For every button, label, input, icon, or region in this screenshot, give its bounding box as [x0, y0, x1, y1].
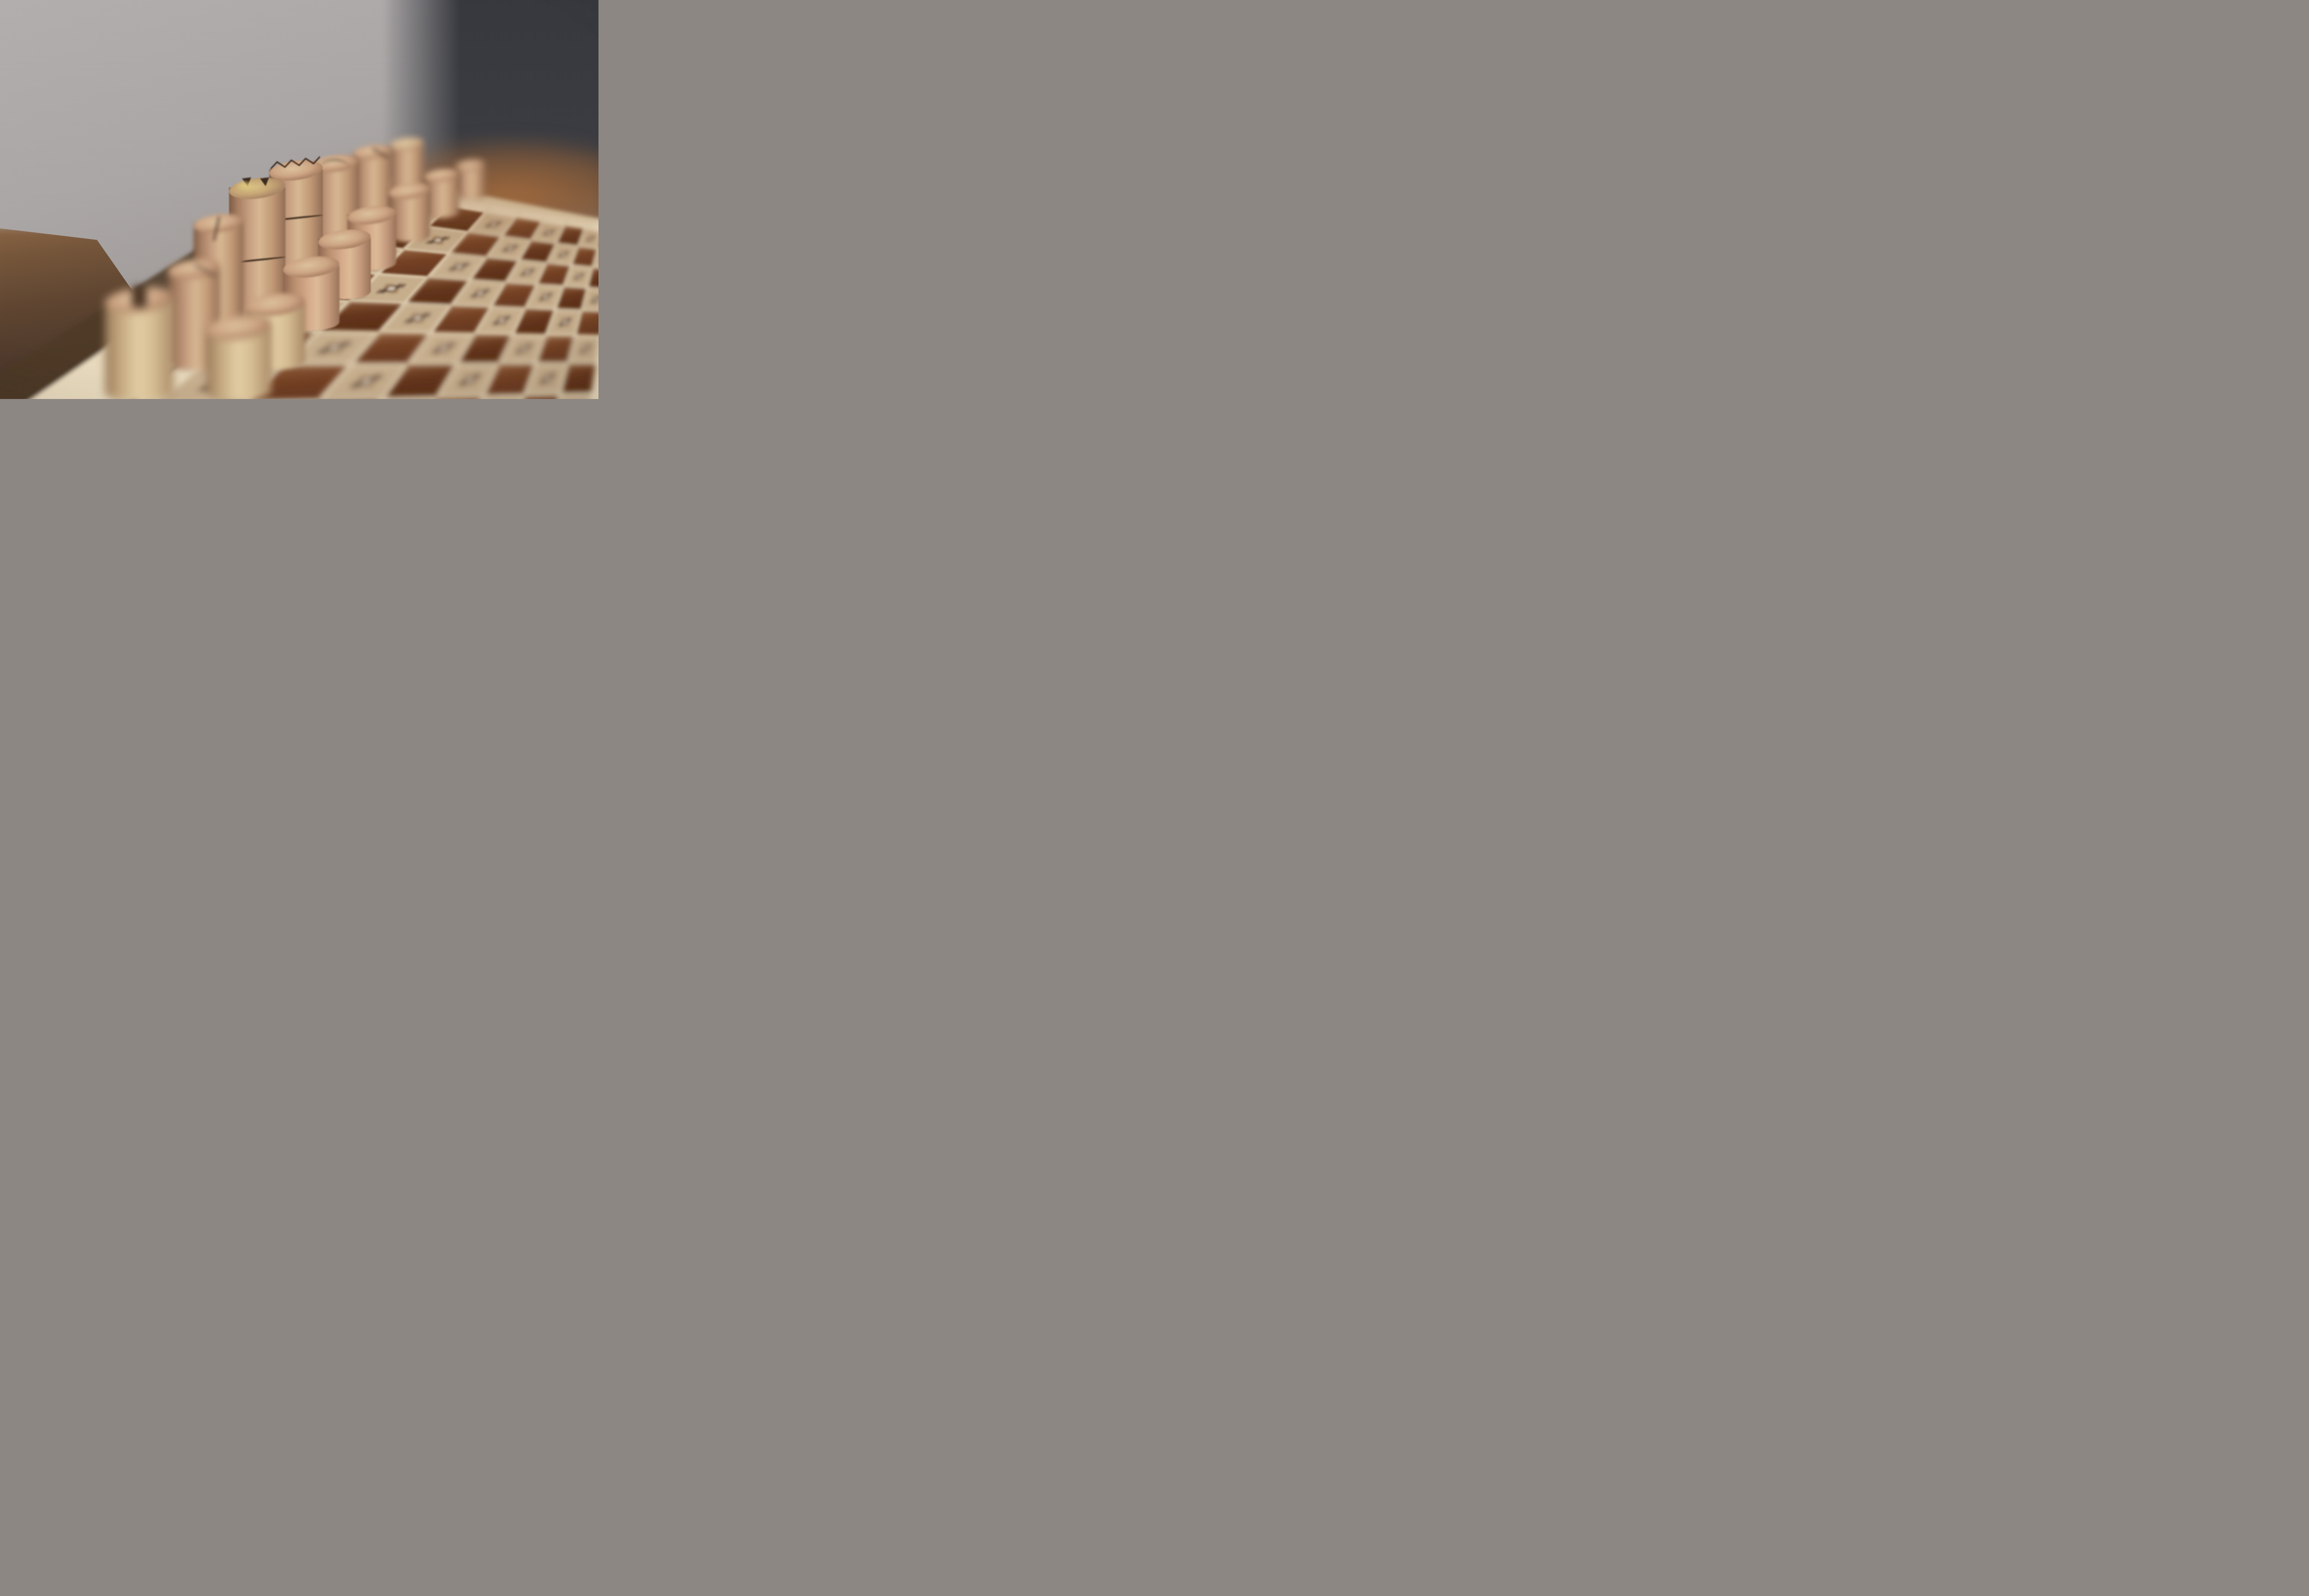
chess-pieces-layer: ♖♘♗♕♔♗♘♖♙♙♙♙♙♙♙♙: [0, 0, 598, 399]
white-pawn-h2: ♙: [455, 160, 485, 199]
white-pawn-a2: ♙: [206, 316, 272, 399]
white-rook-a1: ♖: [105, 287, 174, 399]
photo-scene: ♖♘♗♕♔♗♘♖♙♙♙♙♙♙♙♙: [0, 0, 598, 399]
